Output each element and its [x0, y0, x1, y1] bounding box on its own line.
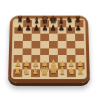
square-c4[interactable]	[31, 48, 40, 55]
square-g6[interactable]	[66, 34, 75, 41]
square-h5[interactable]	[75, 41, 84, 48]
square-e6[interactable]	[49, 34, 58, 41]
square-b1[interactable]	[22, 70, 31, 77]
square-f6[interactable]	[58, 34, 67, 41]
square-g5[interactable]	[66, 41, 75, 48]
square-b2[interactable]	[22, 62, 31, 69]
square-c8[interactable]	[32, 20, 41, 27]
square-g1[interactable]	[67, 70, 76, 77]
square-b4[interactable]	[23, 48, 32, 55]
square-d6[interactable]	[40, 34, 49, 41]
square-h7[interactable]	[75, 27, 84, 34]
square-e5[interactable]	[49, 41, 58, 48]
board-squares-grid	[13, 20, 85, 77]
square-g2[interactable]	[67, 62, 76, 69]
square-h6[interactable]	[75, 34, 84, 41]
square-c3[interactable]	[31, 55, 40, 62]
square-a1[interactable]	[13, 70, 22, 77]
square-e8[interactable]	[49, 20, 58, 27]
square-a3[interactable]	[14, 55, 23, 62]
square-e7[interactable]	[49, 27, 58, 34]
chess-set-photo: ♜♞♝♛♚♝♞♜♟♟♟♟♟♟♟♟♟♟♟♟♟♟♟♟♜♞♝♛♚♝♞♜	[0, 0, 98, 98]
square-e4[interactable]	[49, 48, 58, 55]
square-b6[interactable]	[23, 34, 32, 41]
square-g4[interactable]	[67, 48, 76, 55]
square-c7[interactable]	[32, 27, 41, 34]
square-f4[interactable]	[58, 48, 67, 55]
square-b5[interactable]	[23, 41, 32, 48]
square-h2[interactable]	[76, 62, 85, 69]
square-g3[interactable]	[67, 55, 76, 62]
square-e2[interactable]	[49, 62, 58, 69]
square-a6[interactable]	[14, 34, 23, 41]
square-f5[interactable]	[58, 41, 67, 48]
square-h4[interactable]	[75, 48, 84, 55]
square-h8[interactable]	[75, 20, 84, 27]
square-b3[interactable]	[22, 55, 31, 62]
square-c5[interactable]	[31, 41, 40, 48]
square-a2[interactable]	[13, 62, 22, 69]
square-a4[interactable]	[14, 48, 23, 55]
square-b8[interactable]	[23, 20, 32, 27]
square-b7[interactable]	[23, 27, 32, 34]
square-d5[interactable]	[40, 41, 49, 48]
square-f7[interactable]	[58, 27, 67, 34]
square-g8[interactable]	[66, 20, 75, 27]
square-a5[interactable]	[14, 41, 23, 48]
square-f2[interactable]	[58, 62, 67, 69]
board-surface	[11, 18, 87, 79]
square-f3[interactable]	[58, 55, 67, 62]
chess-board	[8, 16, 90, 83]
square-c2[interactable]	[31, 62, 40, 69]
square-e3[interactable]	[49, 55, 58, 62]
square-f8[interactable]	[58, 20, 67, 27]
square-d2[interactable]	[40, 62, 49, 69]
square-f1[interactable]	[58, 70, 67, 77]
square-d8[interactable]	[40, 20, 49, 27]
square-h1[interactable]	[76, 70, 85, 77]
square-d4[interactable]	[40, 48, 49, 55]
square-a7[interactable]	[14, 27, 23, 34]
square-d3[interactable]	[40, 55, 49, 62]
square-e1[interactable]	[49, 70, 58, 77]
square-h3[interactable]	[75, 55, 84, 62]
square-g7[interactable]	[66, 27, 75, 34]
square-c1[interactable]	[31, 70, 40, 77]
square-d1[interactable]	[40, 70, 49, 77]
square-a8[interactable]	[14, 20, 23, 27]
square-c6[interactable]	[32, 34, 41, 41]
square-d7[interactable]	[40, 27, 49, 34]
